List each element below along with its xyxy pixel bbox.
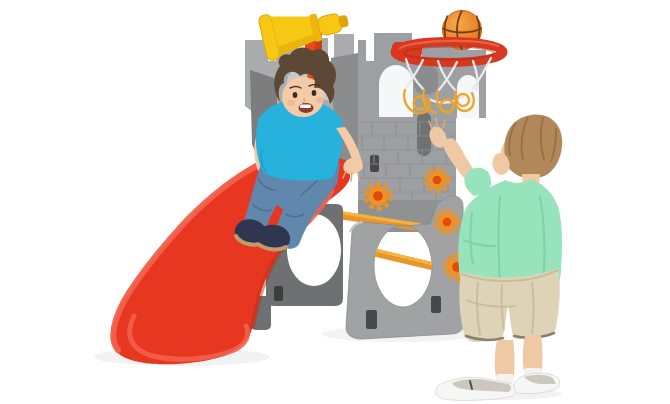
product-photo	[0, 0, 670, 404]
foot-slot	[366, 310, 377, 329]
foot-slot	[431, 296, 441, 313]
toddler-cheek	[287, 100, 295, 106]
toddler-eye	[293, 92, 298, 98]
toddler-eye	[312, 90, 317, 96]
arched-window	[379, 65, 413, 117]
toddler-teeth	[300, 105, 311, 109]
toddler-cheek	[316, 97, 324, 103]
foot-slot	[274, 286, 283, 301]
